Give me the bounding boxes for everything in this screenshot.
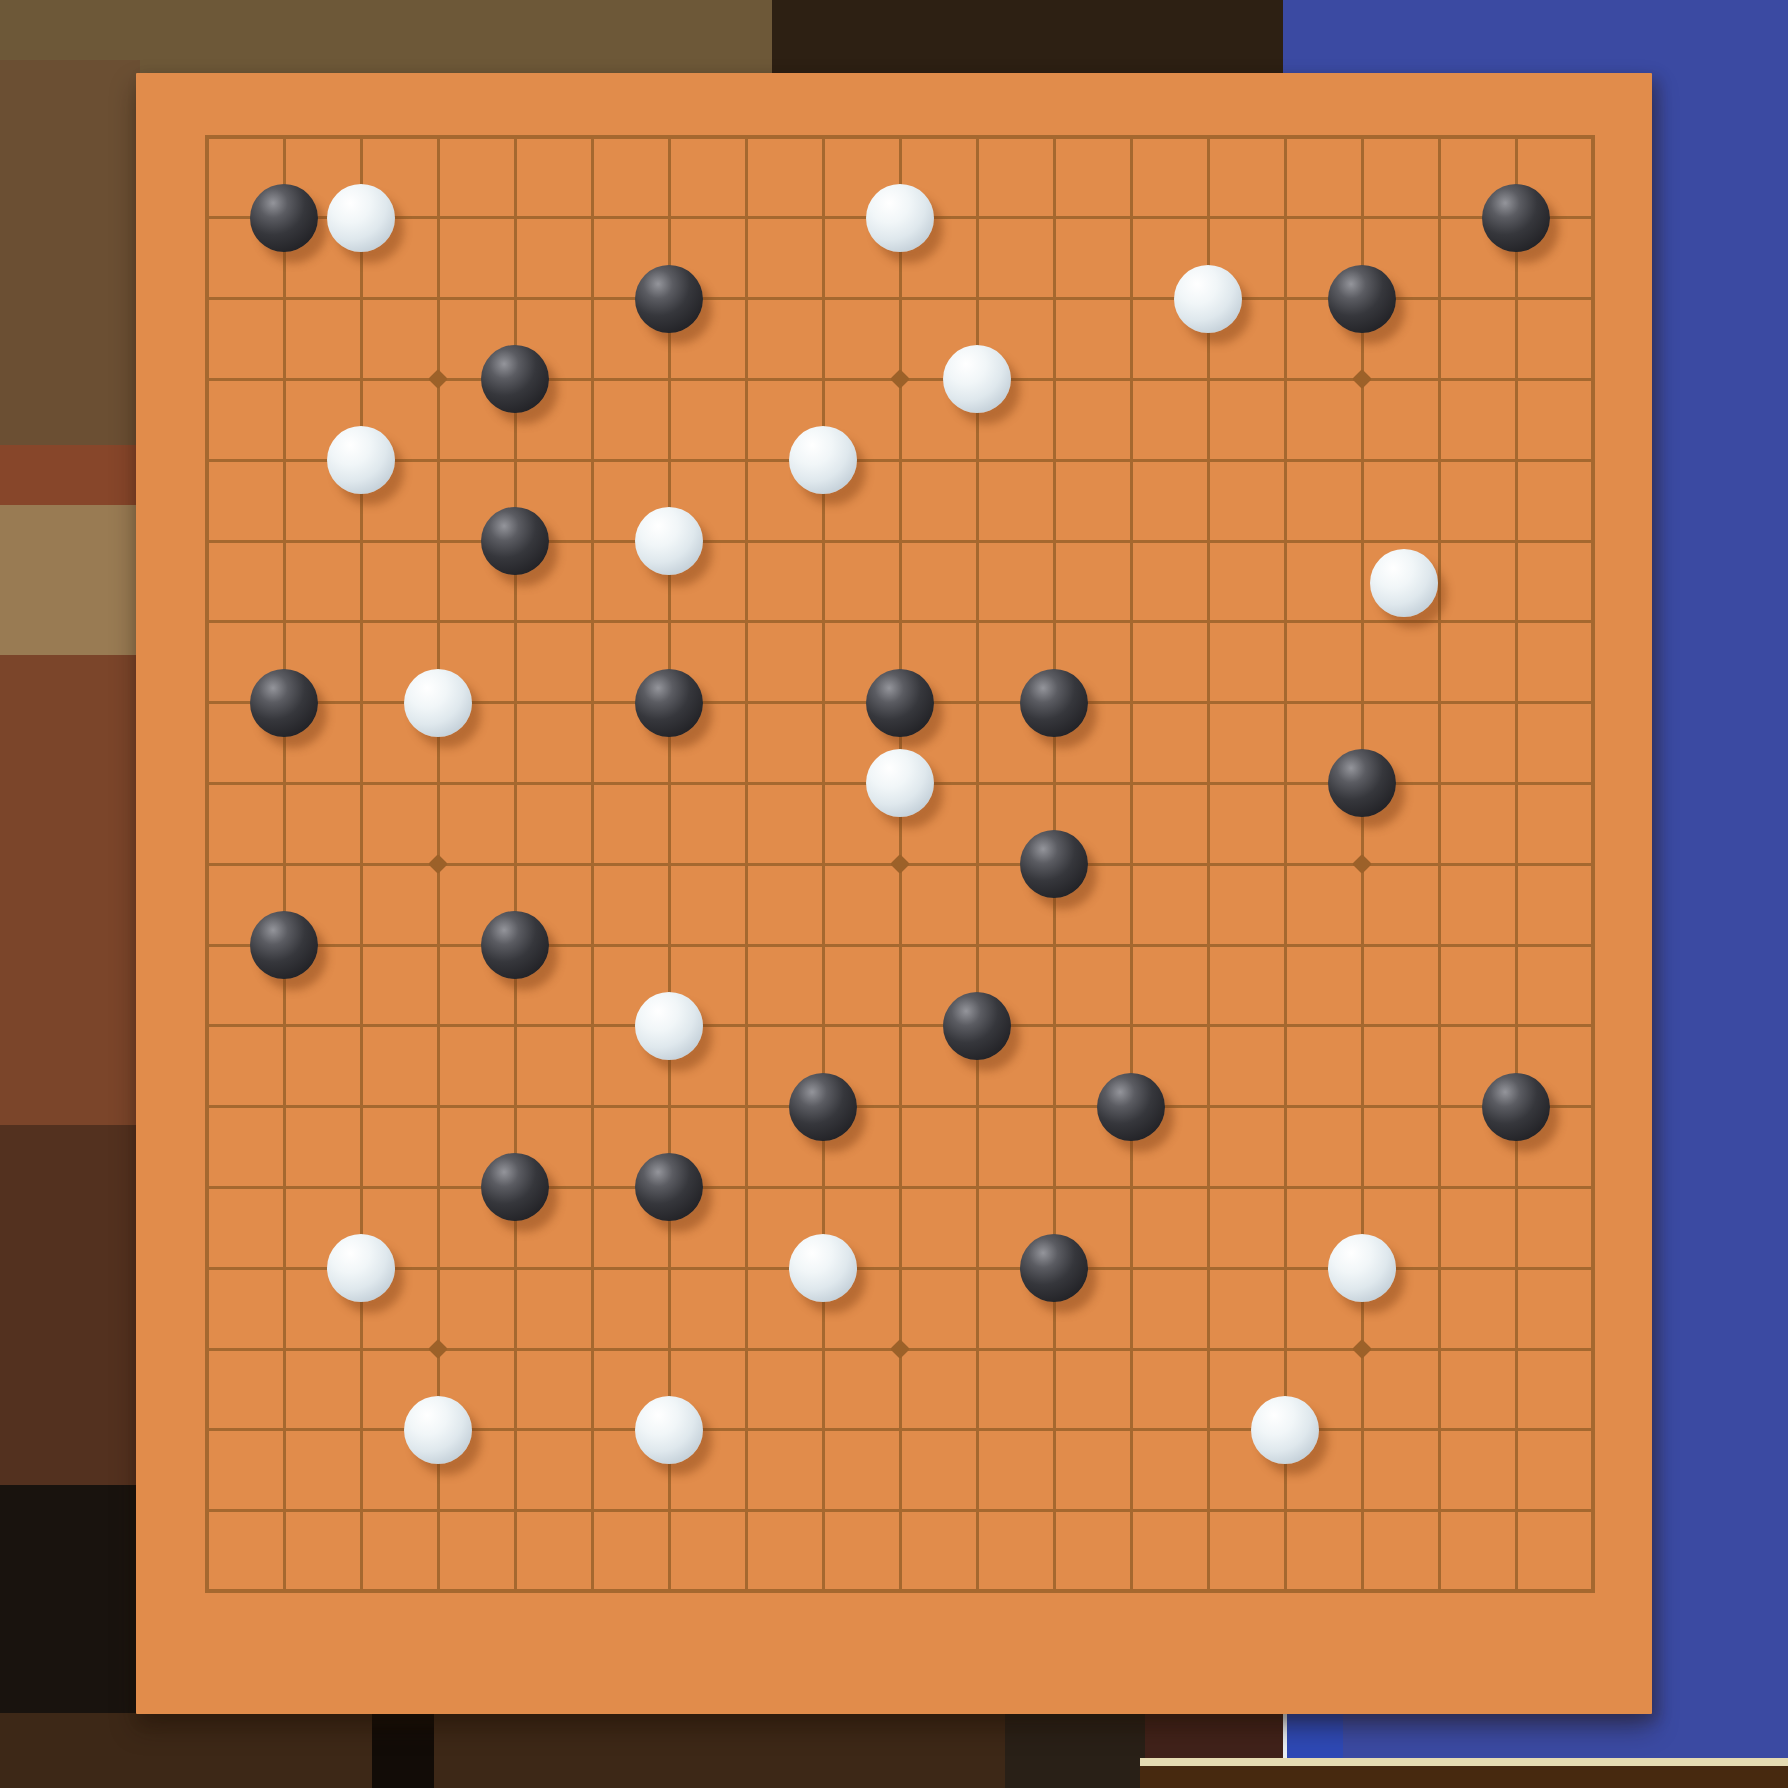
star-point-3-3 [428, 369, 448, 389]
grid-line-horizontal-6 [205, 620, 1595, 623]
bottom-right-brown-patch [1140, 1766, 1788, 1788]
black-stone[interactable]: ● [635, 265, 703, 333]
left-bark-column-patch [0, 60, 140, 445]
black-stone[interactable]: ● [481, 911, 549, 979]
white-stone[interactable]: ○ [943, 345, 1011, 413]
left-rust-mid-patch [0, 655, 140, 1125]
bottom-maroon-patch [1145, 1713, 1285, 1763]
bottom-black-bar-patch [372, 1713, 434, 1788]
black-stone[interactable]: ● [1020, 830, 1088, 898]
white-stone[interactable]: ○ [789, 1234, 857, 1302]
white-stone[interactable]: ○ [404, 669, 472, 737]
white-stone[interactable]: ○ [866, 749, 934, 817]
black-stone[interactable]: ● [250, 911, 318, 979]
star-point-3-15 [428, 1339, 448, 1359]
star-point-15-9 [1352, 854, 1372, 874]
star-point-3-9 [428, 854, 448, 874]
grid-line-horizontal-5 [205, 540, 1595, 543]
board-grid: ●●●●●●●●●●●●●●●●●●●●●○○○○○○○○○○○○○○○○○ [207, 137, 1593, 1591]
white-stone[interactable]: ○ [1370, 549, 1438, 617]
black-stone[interactable]: ● [1328, 265, 1396, 333]
black-stone[interactable]: ● [635, 1153, 703, 1221]
grid-line-horizontal-10 [205, 944, 1595, 947]
star-point-9-3 [890, 369, 910, 389]
grid-line-horizontal-17 [205, 1509, 1595, 1512]
grid-line-horizontal-11 [205, 1024, 1595, 1027]
star-point-9-15 [890, 1339, 910, 1359]
bottom-charcoal-patch [1005, 1713, 1145, 1788]
black-stone[interactable]: ● [1097, 1073, 1165, 1141]
star-point-15-15 [1352, 1339, 1372, 1359]
white-stone[interactable]: ○ [327, 184, 395, 252]
black-stone[interactable]: ● [481, 345, 549, 413]
black-stone[interactable]: ● [1020, 1234, 1088, 1302]
black-stone[interactable]: ● [1328, 749, 1396, 817]
top-dark-band-patch [772, 0, 1283, 73]
grid-line-horizontal-13 [205, 1186, 1595, 1189]
black-stone[interactable]: ● [250, 669, 318, 737]
black-stone[interactable]: ● [250, 184, 318, 252]
white-stone[interactable]: ○ [404, 1396, 472, 1464]
black-stone[interactable]: ● [481, 507, 549, 575]
go-cover-image: ●●●●●●●●●●●●●●●●●●●●●○○○○○○○○○○○○○○○○○ [0, 0, 1788, 1788]
white-stone[interactable]: ○ [1174, 265, 1242, 333]
white-stone[interactable]: ○ [327, 426, 395, 494]
black-stone[interactable]: ● [866, 669, 934, 737]
cream-strip-patch [1140, 1758, 1788, 1766]
grid-line-horizontal-12 [205, 1105, 1595, 1108]
grid-line-horizontal-0 [205, 135, 1595, 139]
left-dark-lower-patch [0, 1125, 140, 1487]
black-stone[interactable]: ● [1020, 669, 1088, 737]
black-stone[interactable]: ● [635, 669, 703, 737]
white-stone[interactable]: ○ [789, 426, 857, 494]
grid-line-horizontal-18 [205, 1589, 1595, 1593]
white-stone[interactable]: ○ [635, 507, 703, 575]
black-stone[interactable]: ● [481, 1153, 549, 1221]
grid-line-horizontal-4 [205, 459, 1595, 462]
white-stone[interactable]: ○ [1251, 1396, 1319, 1464]
go-board[interactable]: ●●●●●●●●●●●●●●●●●●●●●○○○○○○○○○○○○○○○○○ [136, 73, 1652, 1714]
white-stone[interactable]: ○ [635, 1396, 703, 1464]
black-stone[interactable]: ● [1482, 1073, 1550, 1141]
white-stone[interactable]: ○ [866, 184, 934, 252]
white-stone[interactable]: ○ [635, 992, 703, 1060]
star-point-9-9 [890, 854, 910, 874]
black-stone[interactable]: ● [1482, 184, 1550, 252]
star-point-15-3 [1352, 369, 1372, 389]
left-tan-patch-patch [0, 505, 140, 655]
white-stone[interactable]: ○ [1328, 1234, 1396, 1302]
black-stone[interactable]: ● [943, 992, 1011, 1060]
white-stone[interactable]: ○ [327, 1234, 395, 1302]
black-stone[interactable]: ● [789, 1073, 857, 1141]
